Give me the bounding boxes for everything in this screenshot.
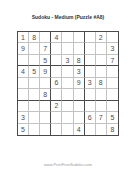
cell-r6c8: [96, 89, 107, 100]
cell-r3c4: [51, 55, 62, 66]
cell-r8c7: 6: [85, 112, 96, 123]
cell-r5c8: 8: [96, 78, 107, 89]
cell-r1c1: 1: [18, 32, 29, 43]
cell-r8c9: 5: [107, 112, 118, 123]
cell-r2c6: [74, 43, 85, 54]
cell-r7c2: [29, 101, 40, 112]
cell-r2c8: [96, 43, 107, 54]
cell-r5c6: 9: [74, 78, 85, 89]
cell-r2c5: [62, 43, 73, 54]
cell-r8c3: [40, 112, 51, 123]
cell-r6c2: [29, 89, 40, 100]
sudoku-board: 1842973538745936938823675548: [17, 31, 119, 136]
cell-r1c7: [85, 32, 96, 43]
page-title: Sudoku - Medium (Puzzle #A8): [0, 14, 136, 20]
cell-r2c1: 9: [18, 43, 29, 54]
cell-r3c3: 5: [40, 55, 51, 66]
cell-r4c1: 4: [18, 66, 29, 77]
cell-r7c3: [40, 101, 51, 112]
cell-r1c3: [40, 32, 51, 43]
cell-r2c2: [29, 43, 40, 54]
cell-r6c7: [85, 89, 96, 100]
cell-r5c4: 6: [51, 78, 62, 89]
cell-r9c8: [96, 124, 107, 135]
cell-r6c3: 8: [40, 89, 51, 100]
cell-r9c5: [62, 124, 73, 135]
cell-r5c9: [107, 78, 118, 89]
cell-r2c7: [85, 43, 96, 54]
cell-r4c8: [96, 66, 107, 77]
cell-r3c8: [96, 55, 107, 66]
cell-r8c4: [51, 112, 62, 123]
cell-r7c6: [74, 101, 85, 112]
cell-r3c7: [85, 55, 96, 66]
cell-r3c9: 7: [107, 55, 118, 66]
cell-r6c1: [18, 89, 29, 100]
cell-r4c3: 9: [40, 66, 51, 77]
cell-r3c2: [29, 55, 40, 66]
cell-r9c9: 8: [107, 124, 118, 135]
cell-r8c2: [29, 112, 40, 123]
cell-r5c7: 3: [85, 78, 96, 89]
cell-r2c9: 3: [107, 43, 118, 54]
cell-r2c3: 7: [40, 43, 51, 54]
cell-r9c7: [85, 124, 96, 135]
cell-r8c6: [74, 112, 85, 123]
cell-r9c4: [51, 124, 62, 135]
cell-r9c2: [29, 124, 40, 135]
cell-r5c2: [29, 78, 40, 89]
cell-r6c4: [51, 89, 62, 100]
cell-r3c6: 8: [74, 55, 85, 66]
cell-r3c1: [18, 55, 29, 66]
cell-r5c5: [62, 78, 73, 89]
cell-r4c4: [51, 66, 62, 77]
cell-r8c5: [62, 112, 73, 123]
cell-r1c5: [62, 32, 73, 43]
cell-r1c8: 2: [96, 32, 107, 43]
cell-r7c8: [96, 101, 107, 112]
cell-r7c5: [62, 101, 73, 112]
cell-r9c1: 5: [18, 124, 29, 135]
cell-r6c5: [62, 89, 73, 100]
cell-r3c5: 3: [62, 55, 73, 66]
cell-r7c7: [85, 101, 96, 112]
cell-r1c4: 4: [51, 32, 62, 43]
cell-r9c3: [40, 124, 51, 135]
cell-r4c5: [62, 66, 73, 77]
cell-r2c4: [51, 43, 62, 54]
cell-r1c2: 8: [29, 32, 40, 43]
cell-r4c9: [107, 66, 118, 77]
cell-r4c7: [85, 66, 96, 77]
cell-r7c4: 2: [51, 101, 62, 112]
cell-r1c6: [74, 32, 85, 43]
cell-r6c9: [107, 89, 118, 100]
cell-r8c8: 7: [96, 112, 107, 123]
cell-r7c1: [18, 101, 29, 112]
cell-r8c1: 3: [18, 112, 29, 123]
cell-r4c2: 5: [29, 66, 40, 77]
cell-r4c6: 3: [74, 66, 85, 77]
footer-url: www.PrintFreeSudoku.com: [0, 162, 136, 167]
cell-r7c9: [107, 101, 118, 112]
cell-r5c1: [18, 78, 29, 89]
cell-r1c9: [107, 32, 118, 43]
cell-r6c6: [74, 89, 85, 100]
cell-r5c3: [40, 78, 51, 89]
cell-r9c6: 4: [74, 124, 85, 135]
